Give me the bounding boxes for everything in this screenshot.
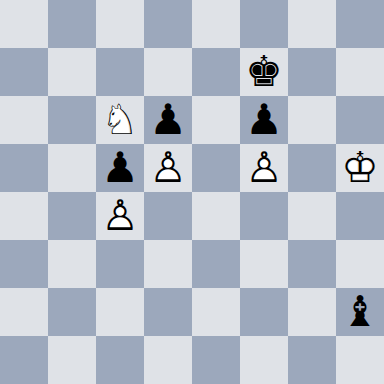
- square-d3[interactable]: [144, 240, 192, 288]
- square-c6[interactable]: ♞♘: [96, 96, 144, 144]
- square-h5[interactable]: ♚♔: [336, 144, 384, 192]
- square-c3[interactable]: [96, 240, 144, 288]
- square-h3[interactable]: [336, 240, 384, 288]
- piece-outline: ♙: [240, 144, 288, 192]
- square-g6[interactable]: [288, 96, 336, 144]
- square-g2[interactable]: [288, 288, 336, 336]
- square-h1[interactable]: [336, 336, 384, 384]
- square-a3[interactable]: [0, 240, 48, 288]
- square-f3[interactable]: [240, 240, 288, 288]
- square-d4[interactable]: [144, 192, 192, 240]
- square-h4[interactable]: [336, 192, 384, 240]
- square-d2[interactable]: [144, 288, 192, 336]
- square-b7[interactable]: [48, 48, 96, 96]
- square-c1[interactable]: [96, 336, 144, 384]
- square-f6[interactable]: ♟: [240, 96, 288, 144]
- square-c5[interactable]: ♟: [96, 144, 144, 192]
- square-e1[interactable]: [192, 336, 240, 384]
- square-b5[interactable]: [48, 144, 96, 192]
- square-b1[interactable]: [48, 336, 96, 384]
- square-h7[interactable]: [336, 48, 384, 96]
- square-c4[interactable]: ♟♙: [96, 192, 144, 240]
- square-b2[interactable]: [48, 288, 96, 336]
- white-pawn: ♟♙: [144, 144, 192, 192]
- square-c8[interactable]: [96, 0, 144, 48]
- square-g3[interactable]: [288, 240, 336, 288]
- square-b6[interactable]: [48, 96, 96, 144]
- black-king: ♚: [240, 48, 288, 96]
- square-b3[interactable]: [48, 240, 96, 288]
- square-d5[interactable]: ♟♙: [144, 144, 192, 192]
- square-e8[interactable]: [192, 0, 240, 48]
- square-c2[interactable]: [96, 288, 144, 336]
- piece-outline: ♘: [96, 96, 144, 144]
- square-g8[interactable]: [288, 0, 336, 48]
- square-a8[interactable]: [0, 0, 48, 48]
- square-e7[interactable]: [192, 48, 240, 96]
- square-d6[interactable]: ♟: [144, 96, 192, 144]
- square-a5[interactable]: [0, 144, 48, 192]
- chess-board: ♚♞♘♟♟♟♟♙♟♙♚♔♟♙♝: [0, 0, 384, 384]
- piece-outline: ♙: [96, 192, 144, 240]
- square-f4[interactable]: [240, 192, 288, 240]
- square-b8[interactable]: [48, 0, 96, 48]
- square-a4[interactable]: [0, 192, 48, 240]
- white-king: ♚♔: [336, 144, 384, 192]
- square-d7[interactable]: [144, 48, 192, 96]
- black-pawn: ♟: [144, 96, 192, 144]
- white-pawn: ♟♙: [96, 192, 144, 240]
- square-e5[interactable]: [192, 144, 240, 192]
- square-d1[interactable]: [144, 336, 192, 384]
- square-d8[interactable]: [144, 0, 192, 48]
- square-g7[interactable]: [288, 48, 336, 96]
- square-g4[interactable]: [288, 192, 336, 240]
- piece-outline: ♙: [144, 144, 192, 192]
- square-h8[interactable]: [336, 0, 384, 48]
- white-pawn: ♟♙: [240, 144, 288, 192]
- black-bishop: ♝: [336, 288, 384, 336]
- piece-outline: ♔: [336, 144, 384, 192]
- square-f8[interactable]: [240, 0, 288, 48]
- white-knight: ♞♘: [96, 96, 144, 144]
- square-a7[interactable]: [0, 48, 48, 96]
- square-f1[interactable]: [240, 336, 288, 384]
- square-h2[interactable]: ♝: [336, 288, 384, 336]
- square-f5[interactable]: ♟♙: [240, 144, 288, 192]
- black-pawn: ♟: [96, 144, 144, 192]
- black-pawn: ♟: [240, 96, 288, 144]
- square-a2[interactable]: [0, 288, 48, 336]
- square-b4[interactable]: [48, 192, 96, 240]
- square-e2[interactable]: [192, 288, 240, 336]
- square-f2[interactable]: [240, 288, 288, 336]
- square-h6[interactable]: [336, 96, 384, 144]
- square-a1[interactable]: [0, 336, 48, 384]
- square-a6[interactable]: [0, 96, 48, 144]
- square-e4[interactable]: [192, 192, 240, 240]
- square-g5[interactable]: [288, 144, 336, 192]
- square-c7[interactable]: [96, 48, 144, 96]
- square-g1[interactable]: [288, 336, 336, 384]
- square-f7[interactable]: ♚: [240, 48, 288, 96]
- square-e6[interactable]: [192, 96, 240, 144]
- square-e3[interactable]: [192, 240, 240, 288]
